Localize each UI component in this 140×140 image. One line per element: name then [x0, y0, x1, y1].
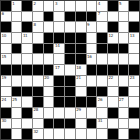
grid-cell[interactable] — [65, 108, 75, 118]
crossword-board: 1234567891011121314151617181920212223242… — [0, 0, 140, 140]
grid-cell[interactable]: 4 — [97, 1, 107, 11]
grid-cell[interactable] — [44, 87, 54, 97]
grid-cell[interactable]: 23 — [129, 76, 139, 86]
grid-cell[interactable]: 7 — [97, 12, 107, 22]
grid-cell[interactable]: 29 — [76, 108, 86, 118]
grid-cell[interactable] — [87, 76, 97, 86]
block-cell — [44, 65, 54, 75]
clue-number: 29 — [76, 107, 81, 112]
grid-cell[interactable]: 2 — [33, 1, 43, 11]
block-cell — [76, 54, 86, 64]
grid-cell[interactable] — [44, 129, 54, 139]
grid-cell[interactable] — [129, 12, 139, 22]
clue-number: 17 — [55, 65, 60, 70]
grid-cell[interactable] — [33, 54, 43, 64]
block-cell — [1, 129, 11, 139]
clue-number: 6 — [2, 11, 4, 16]
block-cell — [87, 97, 97, 107]
grid-cell[interactable]: 12 — [108, 33, 118, 43]
block-cell — [76, 12, 86, 22]
grid-cell[interactable] — [54, 12, 64, 22]
block-cell — [119, 44, 129, 54]
block-cell — [119, 65, 129, 75]
block-cell — [129, 108, 139, 118]
grid-cell[interactable] — [87, 33, 97, 43]
block-cell — [97, 44, 107, 54]
block-cell — [22, 129, 32, 139]
clue-number: 11 — [23, 33, 28, 38]
grid-cell[interactable] — [129, 119, 139, 129]
grid-cell[interactable]: 3 — [54, 1, 64, 11]
grid-cell[interactable] — [119, 33, 129, 43]
block-cell — [87, 12, 97, 22]
clue-number: 4 — [98, 1, 100, 6]
grid-cell[interactable] — [76, 129, 86, 139]
grid-cell[interactable] — [76, 119, 86, 129]
block-cell — [54, 33, 64, 43]
block-cell — [1, 1, 11, 11]
grid-cell[interactable] — [108, 54, 118, 64]
block-cell — [87, 87, 97, 97]
clue-number: 18 — [76, 65, 81, 70]
clue-number: 23 — [130, 75, 135, 80]
block-cell — [33, 87, 43, 97]
clue-number: 31 — [98, 118, 103, 123]
grid-cell[interactable] — [108, 97, 118, 107]
block-cell — [108, 1, 118, 11]
clue-number: 2 — [34, 1, 36, 6]
grid-cell[interactable] — [119, 76, 129, 86]
grid-cell[interactable] — [12, 108, 22, 118]
grid-cell[interactable]: 11 — [22, 33, 32, 43]
crossword-grid: 1234567891011121314151617181920212223242… — [0, 0, 140, 140]
grid-cell[interactable]: 21 — [76, 76, 86, 86]
grid-cell[interactable] — [65, 1, 75, 11]
block-cell — [22, 1, 32, 11]
clue-number: 16 — [87, 54, 92, 59]
grid-cell[interactable] — [33, 119, 43, 129]
block-cell — [129, 129, 139, 139]
grid-cell[interactable]: 15 — [1, 54, 11, 64]
grid-cell[interactable]: 24 — [1, 97, 11, 107]
grid-cell[interactable] — [22, 97, 32, 107]
clue-number: 32 — [34, 129, 39, 134]
block-cell — [54, 76, 64, 86]
grid-cell[interactable]: 14 — [54, 44, 64, 54]
grid-cell[interactable] — [76, 87, 86, 97]
block-cell — [1, 108, 11, 118]
grid-cell[interactable]: 27 — [119, 97, 129, 107]
clue-number: 22 — [108, 75, 113, 80]
block-cell — [65, 87, 75, 97]
block-cell — [33, 97, 43, 107]
grid-cell[interactable] — [65, 129, 75, 139]
clue-number: 12 — [108, 33, 113, 38]
grid-cell[interactable] — [54, 54, 64, 64]
block-cell — [22, 87, 32, 97]
grid-cell[interactable] — [119, 129, 129, 139]
grid-cell[interactable] — [108, 119, 118, 129]
grid-cell[interactable] — [108, 12, 118, 22]
grid-cell[interactable] — [22, 12, 32, 22]
grid-cell[interactable]: 20 — [44, 76, 54, 86]
grid-cell[interactable]: 8 — [33, 22, 43, 32]
clue-number: 3 — [55, 1, 57, 6]
clue-number: 28 — [34, 107, 39, 112]
grid-cell[interactable] — [129, 87, 139, 97]
grid-cell[interactable] — [119, 108, 129, 118]
clue-number: 20 — [44, 75, 49, 80]
grid-cell[interactable]: 30 — [1, 119, 11, 129]
grid-cell[interactable] — [97, 22, 107, 32]
block-cell — [108, 44, 118, 54]
clue-number: 21 — [76, 75, 81, 80]
grid-cell[interactable] — [87, 129, 97, 139]
grid-cell[interactable]: 16 — [87, 54, 97, 64]
grid-cell[interactable] — [44, 1, 54, 11]
block-cell — [97, 87, 107, 97]
block-cell — [44, 33, 54, 43]
clue-number: 10 — [2, 33, 7, 38]
grid-cell[interactable] — [87, 1, 97, 11]
grid-cell[interactable] — [12, 33, 22, 43]
clue-number: 24 — [2, 97, 7, 102]
clue-number: 9 — [87, 22, 89, 27]
grid-cell[interactable] — [119, 119, 129, 129]
block-cell — [65, 97, 75, 107]
grid-cell[interactable] — [12, 119, 22, 129]
block-cell — [1, 65, 11, 75]
block-cell — [22, 108, 32, 118]
grid-cell[interactable] — [22, 54, 32, 64]
grid-cell[interactable]: 18 — [76, 65, 86, 75]
block-cell — [22, 65, 32, 75]
block-cell — [97, 33, 107, 43]
block-cell — [33, 65, 43, 75]
clue-number: 13 — [130, 33, 135, 38]
grid-cell[interactable] — [97, 76, 107, 86]
grid-cell[interactable] — [33, 33, 43, 43]
block-cell — [129, 1, 139, 11]
grid-cell[interactable] — [12, 22, 22, 32]
grid-cell[interactable]: 32 — [33, 129, 43, 139]
clue-number: 26 — [98, 97, 103, 102]
block-cell — [65, 54, 75, 64]
block-cell — [54, 97, 64, 107]
block-cell — [129, 22, 139, 32]
grid-cell[interactable] — [12, 129, 22, 139]
grid-cell[interactable] — [22, 76, 32, 86]
clue-number: 15 — [2, 54, 7, 59]
block-cell — [108, 129, 118, 139]
block-cell — [108, 108, 118, 118]
grid-cell[interactable] — [129, 44, 139, 54]
grid-cell[interactable] — [108, 87, 118, 97]
grid-cell[interactable]: 13 — [129, 33, 139, 43]
grid-cell[interactable] — [97, 129, 107, 139]
block-cell — [22, 22, 32, 32]
grid-cell[interactable]: 1 — [12, 1, 22, 11]
grid-cell[interactable] — [119, 12, 129, 22]
grid-cell[interactable] — [65, 22, 75, 32]
grid-cell[interactable]: 17 — [54, 65, 64, 75]
block-cell — [12, 87, 22, 97]
grid-cell[interactable] — [22, 119, 32, 129]
clue-number: 1 — [12, 1, 14, 6]
block-cell — [54, 119, 64, 129]
block-cell — [65, 119, 75, 129]
grid-cell[interactable] — [22, 44, 32, 54]
block-cell — [97, 65, 107, 75]
grid-cell[interactable] — [44, 97, 54, 107]
block-cell — [87, 119, 97, 129]
block-cell — [44, 44, 54, 54]
block-cell — [44, 119, 54, 129]
grid-cell[interactable] — [119, 22, 129, 32]
grid-cell[interactable]: 9 — [87, 22, 97, 32]
grid-cell[interactable] — [44, 108, 54, 118]
block-cell — [108, 22, 118, 32]
clue-number: 14 — [55, 43, 60, 48]
block-cell — [87, 65, 97, 75]
block-cell — [54, 87, 64, 97]
clue-number: 30 — [2, 118, 7, 123]
grid-cell[interactable] — [87, 44, 97, 54]
grid-cell[interactable] — [54, 129, 64, 139]
grid-cell[interactable] — [33, 76, 43, 86]
grid-cell[interactable]: 31 — [97, 119, 107, 129]
block-cell — [76, 33, 86, 43]
grid-cell[interactable] — [12, 76, 22, 86]
grid-cell[interactable] — [12, 12, 22, 22]
grid-cell[interactable] — [44, 22, 54, 32]
grid-cell[interactable] — [97, 54, 107, 64]
block-cell — [119, 87, 129, 97]
grid-cell[interactable] — [44, 54, 54, 64]
block-cell — [65, 33, 75, 43]
grid-cell[interactable] — [12, 54, 22, 64]
clue-number: 8 — [34, 22, 36, 27]
clue-number: 25 — [12, 97, 17, 102]
grid-cell[interactable] — [119, 54, 129, 64]
grid-cell[interactable] — [76, 22, 86, 32]
grid-cell[interactable] — [54, 22, 64, 32]
grid-cell[interactable] — [1, 44, 11, 54]
block-cell — [76, 44, 86, 54]
block-cell — [33, 44, 43, 54]
grid-cell[interactable] — [65, 65, 75, 75]
clue-number: 19 — [2, 75, 7, 80]
grid-cell[interactable] — [1, 87, 11, 97]
grid-cell[interactable] — [87, 108, 97, 118]
grid-cell[interactable]: 19 — [1, 76, 11, 86]
clue-number: 7 — [98, 11, 100, 16]
block-cell — [76, 97, 86, 107]
grid-cell[interactable]: 5 — [119, 1, 129, 11]
grid-cell[interactable] — [54, 108, 64, 118]
block-cell — [12, 44, 22, 54]
grid-cell[interactable]: 25 — [12, 97, 22, 107]
grid-cell[interactable] — [76, 1, 86, 11]
block-cell — [65, 44, 75, 54]
grid-cell[interactable] — [129, 97, 139, 107]
grid-cell[interactable] — [97, 108, 107, 118]
block-cell — [65, 76, 75, 86]
grid-cell[interactable]: 28 — [33, 108, 43, 118]
block-cell — [129, 65, 139, 75]
grid-cell[interactable] — [33, 12, 43, 22]
block-cell — [44, 12, 54, 22]
grid-cell[interactable]: 6 — [1, 12, 11, 22]
clue-number: 5 — [119, 1, 121, 6]
clue-number: 27 — [119, 97, 124, 102]
grid-cell[interactable]: 22 — [108, 76, 118, 86]
block-cell — [1, 22, 11, 32]
block-cell — [12, 65, 22, 75]
grid-cell[interactable] — [129, 54, 139, 64]
block-cell — [65, 12, 75, 22]
block-cell — [108, 65, 118, 75]
grid-cell[interactable]: 10 — [1, 33, 11, 43]
grid-cell[interactable]: 26 — [97, 97, 107, 107]
